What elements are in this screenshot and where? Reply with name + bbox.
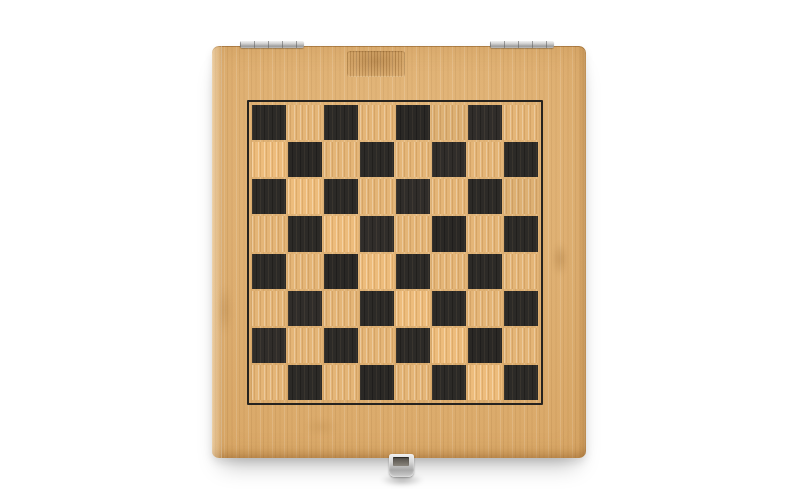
square-f4 [432, 254, 466, 289]
square-c6 [324, 179, 358, 214]
hinge-right [490, 41, 554, 48]
square-b1 [288, 365, 322, 400]
square-b3 [288, 291, 322, 326]
square-a3 [252, 291, 286, 326]
clasp-slot [393, 457, 409, 466]
square-f3 [432, 291, 466, 326]
box-left-bevel [212, 46, 222, 458]
square-a1 [252, 365, 286, 400]
square-d5 [360, 216, 394, 251]
wood-knot [552, 242, 568, 276]
square-g6 [468, 179, 502, 214]
square-g7 [468, 142, 502, 177]
square-h1 [504, 365, 538, 400]
square-g5 [468, 216, 502, 251]
clasp-latch [389, 454, 414, 477]
square-g4 [468, 254, 502, 289]
embossed-logo [347, 51, 405, 77]
chessboard-grid [252, 105, 538, 400]
square-b7 [288, 142, 322, 177]
square-d8 [360, 105, 394, 140]
square-e2 [396, 328, 430, 363]
product-photo [0, 0, 800, 500]
square-f1 [432, 365, 466, 400]
square-c2 [324, 328, 358, 363]
square-h4 [504, 254, 538, 289]
square-b6 [288, 179, 322, 214]
square-f2 [432, 328, 466, 363]
square-c7 [324, 142, 358, 177]
square-f7 [432, 142, 466, 177]
wooden-box-lid [212, 46, 586, 458]
square-d6 [360, 179, 394, 214]
square-a4 [252, 254, 286, 289]
square-a6 [252, 179, 286, 214]
square-c1 [324, 365, 358, 400]
square-e5 [396, 216, 430, 251]
square-h7 [504, 142, 538, 177]
square-e8 [396, 105, 430, 140]
square-g8 [468, 105, 502, 140]
square-f6 [432, 179, 466, 214]
square-c4 [324, 254, 358, 289]
square-e3 [396, 291, 430, 326]
square-d3 [360, 291, 394, 326]
square-a2 [252, 328, 286, 363]
square-g2 [468, 328, 502, 363]
square-e7 [396, 142, 430, 177]
square-h2 [504, 328, 538, 363]
square-c3 [324, 291, 358, 326]
square-a8 [252, 105, 286, 140]
square-f8 [432, 105, 466, 140]
square-c8 [324, 105, 358, 140]
square-d2 [360, 328, 394, 363]
chessboard [247, 100, 543, 405]
square-a7 [252, 142, 286, 177]
square-e1 [396, 365, 430, 400]
square-d7 [360, 142, 394, 177]
square-f5 [432, 216, 466, 251]
square-c5 [324, 216, 358, 251]
square-h8 [504, 105, 538, 140]
square-e4 [396, 254, 430, 289]
square-b4 [288, 254, 322, 289]
square-h3 [504, 291, 538, 326]
wood-knot [218, 284, 232, 336]
hinge-left [240, 41, 304, 48]
square-b2 [288, 328, 322, 363]
square-b5 [288, 216, 322, 251]
square-g3 [468, 291, 502, 326]
square-e6 [396, 179, 430, 214]
square-d4 [360, 254, 394, 289]
square-b8 [288, 105, 322, 140]
square-h5 [504, 216, 538, 251]
wood-knot [304, 418, 338, 436]
box-right-edge [579, 46, 586, 458]
square-a5 [252, 216, 286, 251]
square-d1 [360, 365, 394, 400]
square-h6 [504, 179, 538, 214]
square-g1 [468, 365, 502, 400]
